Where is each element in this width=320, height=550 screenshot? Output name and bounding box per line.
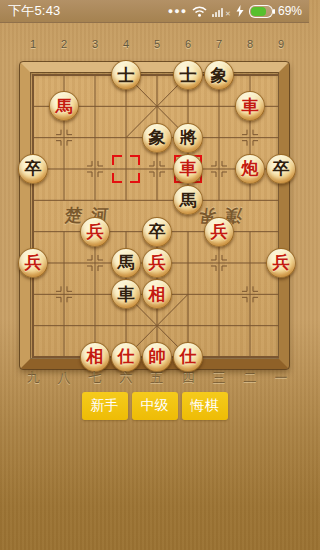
piece-red-帥[interactable]: 帥: [142, 342, 172, 372]
status-icons: ●●● ✕ 69%: [168, 4, 302, 18]
file-label: 二: [234, 369, 266, 387]
file-label: 9: [265, 38, 297, 50]
file-label: 八: [48, 369, 80, 387]
charging-bolt-icon: [236, 5, 244, 17]
file-label: 6: [172, 38, 204, 50]
file-label: 九: [17, 369, 49, 387]
file-label: 3: [79, 38, 111, 50]
file-label: 7: [203, 38, 235, 50]
file-label: 四: [172, 369, 204, 387]
control-buttons: 新手 中级 悔棋: [0, 392, 309, 420]
piece-red-兵[interactable]: 兵: [80, 217, 110, 247]
piece-black-士[interactable]: 士: [173, 60, 203, 90]
file-labels-bottom: 九八七六五四三二一: [30, 369, 279, 383]
piece-black-士[interactable]: 士: [111, 60, 141, 90]
piece-red-仕[interactable]: 仕: [111, 342, 141, 372]
file-label: 5: [141, 38, 173, 50]
file-label: 六: [110, 369, 142, 387]
undo-move-button[interactable]: 悔棋: [182, 392, 228, 420]
file-label: 七: [79, 369, 111, 387]
file-label: 4: [110, 38, 142, 50]
file-label: 2: [48, 38, 80, 50]
xiangqi-board-frame: 楚河 漢界 士士象馬車象將卒車炮卒馬兵卒兵兵馬兵兵車相相仕帥仕: [20, 62, 289, 369]
piece-black-馬[interactable]: 馬: [111, 248, 141, 278]
file-label: 三: [203, 369, 235, 387]
piece-black-卒[interactable]: 卒: [142, 217, 172, 247]
clock: 下午5:43: [8, 2, 61, 20]
file-labels-top: 123456789: [30, 38, 279, 52]
battery-percent: 69%: [278, 4, 302, 18]
piece-black-卒[interactable]: 卒: [266, 154, 296, 184]
file-label: 五: [141, 369, 173, 387]
piece-red-兵[interactable]: 兵: [18, 248, 48, 278]
piece-black-將[interactable]: 將: [173, 123, 203, 153]
piece-red-車[interactable]: 車: [173, 154, 203, 184]
file-label: 1: [17, 38, 49, 50]
status-bar: 下午5:43 ●●● ✕ 69%: [0, 0, 309, 23]
piece-red-相[interactable]: 相: [80, 342, 110, 372]
piece-red-兵[interactable]: 兵: [266, 248, 296, 278]
battery-icon: [249, 5, 273, 18]
piece-red-炮[interactable]: 炮: [235, 154, 265, 184]
more-dots-icon: ●●●: [168, 7, 187, 16]
piece-red-仕[interactable]: 仕: [173, 342, 203, 372]
piece-black-象[interactable]: 象: [142, 123, 172, 153]
intermediate-button[interactable]: 中级: [132, 392, 178, 420]
piece-red-兵[interactable]: 兵: [204, 217, 234, 247]
piece-black-象[interactable]: 象: [204, 60, 234, 90]
highlight-move-from: [112, 155, 140, 183]
file-label: 8: [234, 38, 266, 50]
piece-black-卒[interactable]: 卒: [18, 154, 48, 184]
piece-red-兵[interactable]: 兵: [142, 248, 172, 278]
novice-button[interactable]: 新手: [82, 392, 128, 420]
wifi-icon: [192, 6, 207, 17]
file-label: 一: [265, 369, 297, 387]
xiangqi-board[interactable]: 楚河 漢界 士士象馬車象將卒車炮卒馬兵卒兵兵馬兵兵車相相仕帥仕: [30, 72, 279, 359]
signal-no-sim-icon: ✕: [212, 6, 231, 17]
